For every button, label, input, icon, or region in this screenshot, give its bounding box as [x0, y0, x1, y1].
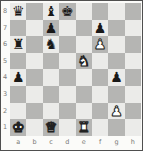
square-d6[interactable] — [59, 36, 75, 53]
square-b4[interactable] — [26, 69, 42, 86]
square-c1[interactable]: ♛ — [43, 119, 59, 136]
square-c5[interactable] — [43, 53, 59, 70]
square-d2[interactable] — [59, 103, 75, 120]
square-g3[interactable] — [108, 86, 124, 103]
piece-white-knight: ♞ — [77, 53, 90, 69]
piece-black-knight: ♞ — [45, 36, 58, 52]
file-label-g: g — [108, 136, 124, 149]
board-grid: 8♛♝♚7♟♟6♜♞♟5♞4♟♟32♟1♚♛♜abcdefgh — [1, 1, 142, 149]
piece-white-pawn: ♟ — [110, 103, 123, 119]
piece-black-pawn: ♟ — [45, 20, 58, 36]
square-c3[interactable] — [43, 86, 59, 103]
rank-label-8: 8 — [1, 3, 10, 20]
square-h3[interactable] — [125, 86, 141, 103]
file-label-h: h — [125, 136, 141, 149]
square-h5[interactable] — [125, 53, 141, 70]
square-a1[interactable]: ♚ — [10, 119, 26, 136]
square-a3[interactable] — [10, 86, 26, 103]
square-a7[interactable] — [10, 20, 26, 37]
square-c7[interactable]: ♟ — [43, 20, 59, 37]
square-e3[interactable] — [76, 86, 92, 103]
rank-label-4: 4 — [1, 69, 10, 86]
square-f5[interactable] — [92, 53, 108, 70]
square-d7[interactable] — [59, 20, 75, 37]
square-e7[interactable] — [76, 20, 92, 37]
square-h8[interactable] — [125, 3, 141, 20]
square-f7[interactable]: ♟ — [92, 20, 108, 37]
square-e1[interactable]: ♜ — [76, 119, 92, 136]
square-b3[interactable] — [26, 86, 42, 103]
rank-label-6: 6 — [1, 36, 10, 53]
square-f2[interactable] — [92, 103, 108, 120]
file-label-e: e — [76, 136, 92, 149]
square-f3[interactable] — [92, 86, 108, 103]
square-g7[interactable] — [108, 20, 124, 37]
square-d5[interactable] — [59, 53, 75, 70]
piece-black-pawn: ♟ — [12, 69, 25, 85]
square-f8[interactable] — [92, 3, 108, 20]
square-c4[interactable] — [43, 69, 59, 86]
file-label-a: a — [10, 136, 26, 149]
square-d1[interactable] — [59, 119, 75, 136]
piece-white-pawn: ♟ — [94, 36, 107, 52]
square-d4[interactable] — [59, 69, 75, 86]
square-h6[interactable] — [125, 36, 141, 53]
rank-label-5: 5 — [1, 53, 10, 70]
square-h1[interactable] — [125, 119, 141, 136]
corner-spacer — [1, 136, 10, 149]
chess-diagram: 8♛♝♚7♟♟6♜♞♟5♞4♟♟32♟1♚♛♜abcdefgh — [0, 0, 143, 151]
piece-white-queen: ♛ — [45, 119, 58, 135]
file-label-d: d — [59, 136, 75, 149]
square-g6[interactable] — [108, 36, 124, 53]
piece-black-bishop: ♝ — [45, 3, 58, 19]
piece-black-pawn: ♟ — [94, 20, 107, 36]
square-c8[interactable]: ♝ — [43, 3, 59, 20]
square-g4[interactable]: ♟ — [108, 69, 124, 86]
square-f4[interactable] — [92, 69, 108, 86]
piece-black-rook: ♜ — [12, 36, 25, 52]
square-b5[interactable] — [26, 53, 42, 70]
piece-black-queen: ♛ — [12, 3, 25, 19]
square-g1[interactable] — [108, 119, 124, 136]
square-b7[interactable] — [26, 20, 42, 37]
square-a5[interactable] — [10, 53, 26, 70]
square-b1[interactable] — [26, 119, 42, 136]
rank-label-7: 7 — [1, 20, 10, 37]
square-b6[interactable] — [26, 36, 42, 53]
square-e6[interactable] — [76, 36, 92, 53]
file-label-c: c — [43, 136, 59, 149]
square-b2[interactable] — [26, 103, 42, 120]
square-g5[interactable] — [108, 53, 124, 70]
square-c2[interactable] — [43, 103, 59, 120]
square-b8[interactable] — [26, 3, 42, 20]
square-h2[interactable] — [125, 103, 141, 120]
square-d3[interactable] — [59, 86, 75, 103]
piece-white-rook: ♜ — [77, 119, 90, 135]
piece-black-pawn: ♟ — [110, 69, 123, 85]
rank-label-2: 2 — [1, 103, 10, 120]
square-e5[interactable]: ♞ — [76, 53, 92, 70]
square-g8[interactable] — [108, 3, 124, 20]
file-label-b: b — [26, 136, 42, 149]
square-h7[interactable] — [125, 20, 141, 37]
piece-white-king: ♚ — [12, 119, 25, 135]
square-a8[interactable]: ♛ — [10, 3, 26, 20]
piece-black-king: ♚ — [61, 3, 74, 19]
square-a2[interactable] — [10, 103, 26, 120]
square-f6[interactable]: ♟ — [92, 36, 108, 53]
square-f1[interactable] — [92, 119, 108, 136]
rank-label-3: 3 — [1, 86, 10, 103]
square-a4[interactable]: ♟ — [10, 69, 26, 86]
square-g2[interactable]: ♟ — [108, 103, 124, 120]
rank-label-1: 1 — [1, 119, 10, 136]
square-e8[interactable] — [76, 3, 92, 20]
square-c6[interactable]: ♞ — [43, 36, 59, 53]
square-d8[interactable]: ♚ — [59, 3, 75, 20]
square-a6[interactable]: ♜ — [10, 36, 26, 53]
square-h4[interactable] — [125, 69, 141, 86]
square-e2[interactable] — [76, 103, 92, 120]
square-e4[interactable] — [76, 69, 92, 86]
file-label-f: f — [92, 136, 108, 149]
